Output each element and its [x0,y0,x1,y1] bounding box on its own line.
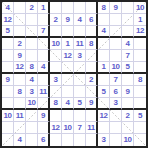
given-digit: 4 [6,4,10,12]
given-digit: 3 [114,99,118,107]
given-digit: 12 [100,112,108,120]
given-digit: 6 [89,16,93,24]
cell-r11c3[interactable] [26,122,38,134]
cell-r8c12[interactable] [134,86,146,98]
cell-r8c5[interactable] [50,86,62,98]
given-digit: 4 [78,16,82,24]
cell-r5c9[interactable] [98,50,110,62]
cell-r4c6[interactable]: 1 [62,38,74,50]
given-digit: 6 [41,136,45,144]
cell-r2c3[interactable] [26,14,38,26]
cell-r10c3[interactable] [26,110,38,122]
given-digit: 5 [78,99,82,107]
cell-r3c7[interactable] [74,26,86,38]
cell-r6c5[interactable] [50,62,62,74]
cell-r5c4[interactable] [38,50,50,62]
cell-r3c11[interactable] [122,26,134,38]
given-digit: 11 [16,112,23,120]
cell-r5c1[interactable] [2,50,14,62]
cell-r7c10[interactable]: 7 [110,74,122,86]
cell-r9c11[interactable] [122,98,134,110]
cell-r2c12[interactable]: 1 [134,14,146,26]
given-digit: 7 [114,76,118,84]
given-digit: 11 [39,88,46,96]
given-digit: 9 [41,112,45,120]
cell-r8c1[interactable] [2,86,14,98]
given-digit: 12 [136,27,144,35]
cell-r4c7[interactable]: 11 [74,38,86,50]
given-digit: 9 [89,99,93,107]
given-digit: 10 [64,124,72,132]
cell-r3c1[interactable]: 5 [2,26,14,38]
given-digit: 2 [89,76,93,84]
given-digit: 10 [112,63,120,71]
cell-r11c11[interactable] [122,122,134,134]
given-digit: 1 [102,63,106,71]
cell-r9c12[interactable] [134,98,146,110]
cell-r1c1[interactable]: 4 [2,2,14,14]
cell-r4c3[interactable] [26,38,38,50]
given-digit: 8 [102,4,106,12]
cell-r7c4[interactable] [38,74,50,86]
cell-r2c2[interactable] [14,14,26,26]
cell-r12c4[interactable]: 6 [38,134,50,146]
given-digit: 3 [102,136,106,144]
given-digit: 8 [30,63,34,71]
given-digit: 7 [41,27,45,35]
cell-r5c11[interactable]: 7 [122,50,134,62]
cell-r9c5[interactable]: 8 [50,98,62,110]
cell-r1c2[interactable] [14,2,26,14]
given-digit: 4 [41,63,45,71]
given-digit: 6 [114,88,118,96]
given-digit: 11 [87,124,94,132]
given-digit: 1 [138,16,142,24]
cell-r10c12[interactable]: 5 [134,110,146,122]
cell-r8c3[interactable]: 3 [26,86,38,98]
cell-r6c1[interactable] [2,62,14,74]
cell-r12c10[interactable] [110,134,122,146]
cell-r11c5[interactable]: 12 [50,122,62,134]
given-digit: 10 [52,40,60,48]
cell-r11c6[interactable]: 10 [62,122,74,134]
cell-r9c3[interactable]: 10 [26,98,38,110]
given-digit: 4 [126,40,130,48]
given-digit: 2 [18,40,22,48]
cell-r8c8[interactable] [86,86,98,98]
given-digit: 12 [52,124,60,132]
given-digit: 12 [16,63,24,71]
given-digit: 3 [78,52,82,60]
cell-r8c2[interactable]: 8 [14,86,26,98]
cell-r2c8[interactable]: 6 [86,14,98,26]
cell-r10c2[interactable]: 11 [14,110,26,122]
cell-r3c12[interactable]: 12 [134,26,146,38]
cell-r4c8[interactable]: 8 [86,38,98,50]
cell-r12c8[interactable] [86,134,98,146]
cell-r3c2[interactable] [14,26,26,38]
cell-r4c5[interactable]: 10 [50,38,62,50]
cell-r3c10[interactable] [110,26,122,38]
cell-r8c4[interactable]: 11 [38,86,50,98]
cell-r12c11[interactable]: 10 [122,134,134,146]
given-digit: 5 [138,112,142,120]
given-digit: 9 [6,76,10,84]
cell-r8c7[interactable] [74,86,86,98]
given-digit: 2 [30,4,34,12]
cell-r9c8[interactable]: 9 [86,98,98,110]
cell-r7c2[interactable] [14,74,26,86]
cell-r5c12[interactable] [134,50,146,62]
given-digit: 12 [4,16,12,24]
cell-r4c4[interactable] [38,38,50,50]
cell-r5c6[interactable]: 12 [62,50,74,62]
cell-r6c7[interactable] [74,62,86,74]
cell-r4c1[interactable] [2,38,14,50]
cell-r5c10[interactable] [110,50,122,62]
cell-r12c12[interactable] [134,134,146,146]
cell-r7c11[interactable] [122,74,134,86]
cell-r9c2[interactable] [14,98,26,110]
cell-r3c8[interactable] [86,26,98,38]
cell-r4c2[interactable]: 2 [14,38,26,50]
cell-r3c9[interactable]: 4 [98,26,110,38]
cell-r2c6[interactable]: 9 [62,14,74,26]
cell-r6c3[interactable]: 8 [26,62,38,74]
cell-r5c3[interactable] [26,50,38,62]
cell-r8c6[interactable] [62,86,74,98]
cell-r9c9[interactable] [98,98,110,110]
cell-r6c12[interactable] [134,62,146,74]
cell-r12c9[interactable]: 3 [98,134,110,146]
cell-r4c11[interactable]: 4 [122,38,134,50]
given-digit: 9 [66,16,70,24]
cell-r1c3[interactable]: 2 [26,2,38,14]
cell-r5c2[interactable]: 9 [14,50,26,62]
cell-r10c5[interactable] [50,110,62,122]
cell-r7c12[interactable]: 8 [134,74,146,86]
cell-r6c6[interactable] [62,62,74,74]
cell-r1c11[interactable] [122,2,134,14]
given-digit: 7 [78,124,82,132]
given-digit: 8 [89,40,93,48]
cell-r11c7[interactable]: 7 [74,122,86,134]
cell-r11c12[interactable] [134,122,146,134]
given-digit: 10 [136,4,144,12]
given-digit: 4 [30,76,34,84]
given-digit: 9 [126,88,130,96]
cell-r5c8[interactable] [86,50,98,62]
cell-r11c10[interactable] [110,122,122,134]
cell-r11c1[interactable] [2,122,14,134]
given-digit: 7 [126,52,130,60]
cell-r7c1[interactable]: 9 [2,74,14,86]
cell-r10c7[interactable] [74,110,86,122]
cell-r12c2[interactable]: 4 [14,134,26,146]
cell-r9c6[interactable]: 4 [62,98,74,110]
cell-r12c5[interactable] [50,134,62,146]
cell-r2c4[interactable] [38,14,50,26]
cell-r2c9[interactable] [98,14,110,26]
cell-r4c12[interactable] [134,38,146,50]
cell-r7c3[interactable]: 4 [26,74,38,86]
cell-r9c4[interactable] [38,98,50,110]
cell-r7c7[interactable] [74,74,86,86]
cell-r10c6[interactable] [62,110,74,122]
cell-r1c10[interactable]: 9 [110,2,122,14]
given-digit: 8 [54,99,58,107]
cell-r4c9[interactable] [98,38,110,50]
cell-r11c8[interactable]: 11 [86,122,98,134]
cell-r2c11[interactable] [122,14,134,26]
cell-r6c8[interactable] [86,62,98,74]
cell-r7c9[interactable] [98,74,110,86]
cell-r6c11[interactable]: 5 [122,62,134,74]
cell-r8c9[interactable]: 5 [98,86,110,98]
cell-r3c3[interactable] [26,26,38,38]
cell-r7c6[interactable] [62,74,74,86]
cell-r7c5[interactable]: 3 [50,74,62,86]
cell-r9c7[interactable]: 5 [74,98,86,110]
cell-r10c10[interactable] [110,110,122,122]
cell-r2c5[interactable]: 2 [50,14,62,26]
cell-r1c5[interactable] [50,2,62,14]
cell-r2c10[interactable] [110,14,122,26]
given-digit: 11 [76,40,83,48]
cell-r3c6[interactable] [62,26,74,38]
given-digit: 9 [114,4,118,12]
cell-r11c9[interactable] [98,122,110,134]
cell-r10c11[interactable]: 2 [122,110,134,122]
cell-r1c4[interactable]: 1 [38,2,50,14]
given-digit: 10 [4,112,12,120]
given-digit: 1 [66,40,70,48]
cell-r4c10[interactable] [110,38,122,50]
cell-r11c2[interactable] [14,122,26,134]
cell-r6c10[interactable]: 10 [110,62,122,74]
cell-r6c4[interactable]: 4 [38,62,50,74]
cell-r10c9[interactable]: 12 [98,110,110,122]
given-digit: 10 [124,136,132,144]
cell-r9c1[interactable] [2,98,14,110]
cell-r1c9[interactable]: 8 [98,2,110,14]
cell-r8c11[interactable]: 9 [122,86,134,98]
cell-r1c6[interactable] [62,2,74,14]
given-digit: 2 [54,16,58,24]
given-digit: 8 [18,88,22,96]
sudoku-board: 4218910122946157412210111849123712841105… [0,0,148,148]
given-digit: 12 [64,52,72,60]
cell-r10c8[interactable] [86,110,98,122]
given-digit: 10 [28,99,36,107]
given-digit: 3 [54,76,58,84]
given-digit: 8 [138,76,142,84]
cell-r12c6[interactable] [62,134,74,146]
given-digit: 2 [126,112,130,120]
given-digit: 5 [126,63,130,71]
cell-r10c1[interactable]: 10 [2,110,14,122]
given-digit: 5 [6,27,10,35]
cell-r2c7[interactable]: 4 [74,14,86,26]
given-digit: 5 [102,88,106,96]
cell-r1c8[interactable] [86,2,98,14]
cell-r12c7[interactable] [74,134,86,146]
cell-r3c4[interactable]: 7 [38,26,50,38]
cell-r5c5[interactable] [50,50,62,62]
given-digit: 4 [66,99,70,107]
cell-r5c7[interactable]: 3 [74,50,86,62]
cell-r6c9[interactable]: 1 [98,62,110,74]
cell-r3c5[interactable] [50,26,62,38]
cell-r10c4[interactable]: 9 [38,110,50,122]
cell-r2c1[interactable]: 12 [2,14,14,26]
cell-r8c10[interactable]: 6 [110,86,122,98]
cell-r12c1[interactable] [2,134,14,146]
given-digit: 1 [41,4,45,12]
cell-r11c4[interactable] [38,122,50,134]
cell-r1c12[interactable]: 10 [134,2,146,14]
given-digit: 4 [102,27,106,35]
cell-r9c10[interactable]: 3 [110,98,122,110]
cell-r6c2[interactable]: 12 [14,62,26,74]
cell-r7c8[interactable]: 2 [86,74,98,86]
cell-r1c7[interactable] [74,2,86,14]
given-digit: 3 [30,88,34,96]
given-digit: 9 [18,52,22,60]
cell-r12c3[interactable] [26,134,38,146]
given-digit: 4 [18,136,22,144]
